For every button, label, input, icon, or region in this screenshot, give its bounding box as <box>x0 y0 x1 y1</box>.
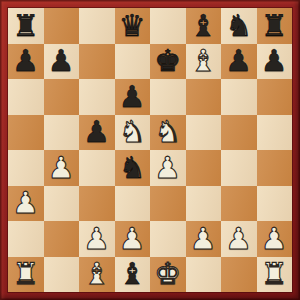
square-d6[interactable]: ♟ <box>115 79 151 115</box>
square-a3[interactable]: ♟ <box>8 186 44 222</box>
white-pawn: ♟ <box>225 224 252 254</box>
square-g4[interactable] <box>221 150 257 186</box>
square-g6[interactable] <box>221 79 257 115</box>
white-knight: ♞ <box>119 117 146 147</box>
white-knight: ♞ <box>154 117 181 147</box>
black-pawn: ♟ <box>48 46 75 76</box>
black-pawn: ♟ <box>225 46 252 76</box>
chess-board: ♜♛♝♞♜♟♟♚♝♟♟♟♟♞♞♟♞♟♟♟♟♟♟♟♜♝♝♚♜ <box>8 8 292 292</box>
black-rook: ♜ <box>12 11 39 41</box>
square-b2[interactable] <box>44 221 80 257</box>
black-bishop: ♝ <box>119 259 146 289</box>
black-knight: ♞ <box>225 11 252 41</box>
white-pawn: ♟ <box>154 153 181 183</box>
square-f6[interactable] <box>186 79 222 115</box>
chess-board-frame: ♜♛♝♞♜♟♟♚♝♟♟♟♟♞♞♟♞♟♟♟♟♟♟♟♜♝♝♚♜ <box>0 0 300 300</box>
square-b1[interactable] <box>44 257 80 293</box>
square-h6[interactable] <box>257 79 293 115</box>
square-g1[interactable] <box>221 257 257 293</box>
square-f5[interactable] <box>186 115 222 151</box>
square-f8[interactable]: ♝ <box>186 8 222 44</box>
black-knight: ♞ <box>119 153 146 183</box>
white-pawn: ♟ <box>261 224 288 254</box>
black-pawn: ♟ <box>119 82 146 112</box>
square-g5[interactable] <box>221 115 257 151</box>
square-a4[interactable] <box>8 150 44 186</box>
square-a5[interactable] <box>8 115 44 151</box>
square-b8[interactable] <box>44 8 80 44</box>
square-d4[interactable]: ♞ <box>115 150 151 186</box>
white-king: ♚ <box>154 259 181 289</box>
square-g2[interactable]: ♟ <box>221 221 257 257</box>
square-h3[interactable] <box>257 186 293 222</box>
square-c7[interactable] <box>79 44 115 80</box>
square-a1[interactable]: ♜ <box>8 257 44 293</box>
square-h2[interactable]: ♟ <box>257 221 293 257</box>
square-a8[interactable]: ♜ <box>8 8 44 44</box>
square-b5[interactable] <box>44 115 80 151</box>
square-c2[interactable]: ♟ <box>79 221 115 257</box>
square-h7[interactable]: ♟ <box>257 44 293 80</box>
black-pawn: ♟ <box>261 46 288 76</box>
white-pawn: ♟ <box>119 224 146 254</box>
square-c4[interactable] <box>79 150 115 186</box>
white-bishop: ♝ <box>190 46 217 76</box>
square-f7[interactable]: ♝ <box>186 44 222 80</box>
white-pawn: ♟ <box>190 224 217 254</box>
square-d2[interactable]: ♟ <box>115 221 151 257</box>
square-c8[interactable] <box>79 8 115 44</box>
square-c6[interactable] <box>79 79 115 115</box>
black-rook: ♜ <box>261 11 288 41</box>
white-pawn: ♟ <box>12 188 39 218</box>
square-f3[interactable] <box>186 186 222 222</box>
square-e2[interactable] <box>150 221 186 257</box>
square-d7[interactable] <box>115 44 151 80</box>
white-pawn: ♟ <box>83 224 110 254</box>
square-e3[interactable] <box>150 186 186 222</box>
black-queen: ♛ <box>119 11 146 41</box>
square-h5[interactable] <box>257 115 293 151</box>
white-rook: ♜ <box>12 259 39 289</box>
black-pawn: ♟ <box>83 117 110 147</box>
square-d5[interactable]: ♞ <box>115 115 151 151</box>
square-d3[interactable] <box>115 186 151 222</box>
white-bishop: ♝ <box>83 259 110 289</box>
square-b4[interactable]: ♟ <box>44 150 80 186</box>
square-d1[interactable]: ♝ <box>115 257 151 293</box>
black-bishop: ♝ <box>190 11 217 41</box>
square-g7[interactable]: ♟ <box>221 44 257 80</box>
square-e1[interactable]: ♚ <box>150 257 186 293</box>
square-e8[interactable] <box>150 8 186 44</box>
square-g8[interactable]: ♞ <box>221 8 257 44</box>
square-c3[interactable] <box>79 186 115 222</box>
square-d8[interactable]: ♛ <box>115 8 151 44</box>
square-g3[interactable] <box>221 186 257 222</box>
square-e5[interactable]: ♞ <box>150 115 186 151</box>
black-king: ♚ <box>154 46 181 76</box>
square-b3[interactable] <box>44 186 80 222</box>
square-h1[interactable]: ♜ <box>257 257 293 293</box>
square-h4[interactable] <box>257 150 293 186</box>
white-pawn: ♟ <box>48 153 75 183</box>
square-b6[interactable] <box>44 79 80 115</box>
square-a2[interactable] <box>8 221 44 257</box>
square-a6[interactable] <box>8 79 44 115</box>
square-b7[interactable]: ♟ <box>44 44 80 80</box>
square-f2[interactable]: ♟ <box>186 221 222 257</box>
square-h8[interactable]: ♜ <box>257 8 293 44</box>
square-e4[interactable]: ♟ <box>150 150 186 186</box>
square-e7[interactable]: ♚ <box>150 44 186 80</box>
square-c5[interactable]: ♟ <box>79 115 115 151</box>
square-c1[interactable]: ♝ <box>79 257 115 293</box>
square-f1[interactable] <box>186 257 222 293</box>
square-f4[interactable] <box>186 150 222 186</box>
black-pawn: ♟ <box>12 46 39 76</box>
square-e6[interactable] <box>150 79 186 115</box>
square-a7[interactable]: ♟ <box>8 44 44 80</box>
white-rook: ♜ <box>261 259 288 289</box>
